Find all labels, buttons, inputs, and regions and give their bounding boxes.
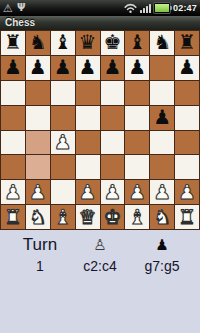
square-b8[interactable]: ♞ [26,31,50,55]
title-bar: Chess [0,16,200,30]
move-table: Turn ♙ ♟ 1 c2:c4 g7:g5 [8,235,200,275]
black-rook: ♜ [4,32,22,53]
square-f8[interactable]: ♝ [125,31,149,55]
black-queen: ♛ [79,32,97,53]
square-d8[interactable]: ♛ [76,31,100,55]
square-g4[interactable] [150,131,174,155]
square-c4[interactable]: ♟ [51,131,75,155]
black-pawn: ♟ [79,57,97,78]
square-b6[interactable] [26,81,50,105]
square-a7[interactable]: ♟ [1,56,25,80]
square-h4[interactable] [175,131,199,155]
square-a4[interactable] [1,131,25,155]
square-f4[interactable] [125,131,149,155]
square-h6[interactable] [175,81,199,105]
square-e2[interactable]: ♟ [101,180,125,204]
phone-screen: ⚠ Ψ 02:47 Chess ♜♞♝♛♚♝♞♜♟♟♟♟♟♟♟♟♟♟♟♟♟♟♟♟… [0,0,200,333]
black-knight: ♞ [153,32,171,53]
square-f1[interactable]: ♝ [125,205,149,229]
white-pawn: ♟ [178,182,196,203]
square-g7[interactable] [150,56,174,80]
white-rook: ♜ [4,207,22,228]
black-pawn: ♟ [29,57,47,78]
square-c6[interactable] [51,81,75,105]
wifi-icon [124,3,137,13]
square-d4[interactable] [76,131,100,155]
square-b4[interactable] [26,131,50,155]
clock-text: 02:47 [173,3,197,13]
bottom-panel: Turn ♙ ♟ 1 c2:c4 g7:g5 [0,230,200,333]
square-f6[interactable] [125,81,149,105]
square-d1[interactable]: ♛ [76,205,100,229]
black-bishop: ♝ [128,32,146,53]
chess-board: ♜♞♝♛♚♝♞♜♟♟♟♟♟♟♟♟♟♟♟♟♟♟♟♟♜♞♝♛♚♝♞♜ [0,30,200,230]
black-pawn-icon: ♟ [128,235,196,255]
square-e3[interactable] [101,155,125,179]
square-a5[interactable] [1,106,25,130]
usb-icon: Ψ [17,3,26,13]
white-move: c2:c4 [72,257,128,275]
black-bishop: ♝ [54,32,72,53]
square-g5[interactable]: ♟ [150,106,174,130]
square-h5[interactable] [175,106,199,130]
square-d5[interactable] [76,106,100,130]
white-knight: ♞ [29,207,47,228]
square-e6[interactable] [101,81,125,105]
black-pawn: ♟ [128,57,146,78]
battery-icon [154,3,170,13]
warning-icon: ⚠ [3,3,13,14]
square-h8[interactable]: ♜ [175,31,199,55]
square-c1[interactable]: ♝ [51,205,75,229]
square-e7[interactable]: ♟ [101,56,125,80]
black-rook: ♜ [178,32,196,53]
square-a2[interactable]: ♟ [1,180,25,204]
square-g6[interactable] [150,81,174,105]
white-knight: ♞ [153,207,171,228]
square-e5[interactable] [101,106,125,130]
square-c8[interactable]: ♝ [51,31,75,55]
square-a8[interactable]: ♜ [1,31,25,55]
square-h1[interactable]: ♜ [175,205,199,229]
square-c3[interactable] [51,155,75,179]
black-pawn: ♟ [4,57,22,78]
square-g3[interactable] [150,155,174,179]
white-pawn: ♟ [128,182,146,203]
status-bar: ⚠ Ψ 02:47 [0,0,200,16]
square-h7[interactable]: ♟ [175,56,199,80]
black-pawn: ♟ [153,107,171,128]
white-queen: ♛ [79,207,97,228]
square-b1[interactable]: ♞ [26,205,50,229]
black-pawn: ♟ [178,57,196,78]
signal-icon [140,3,151,13]
turn-header-label: Turn [8,235,72,255]
black-knight: ♞ [29,32,47,53]
turn-number: 1 [8,257,72,275]
white-bishop: ♝ [128,207,146,228]
square-c7[interactable]: ♟ [51,56,75,80]
square-e1[interactable]: ♚ [101,205,125,229]
white-pawn: ♟ [103,182,121,203]
square-f3[interactable] [125,155,149,179]
square-f2[interactable]: ♟ [125,180,149,204]
black-king: ♚ [103,32,121,53]
square-g2[interactable]: ♟ [150,180,174,204]
square-h3[interactable] [175,155,199,179]
square-d6[interactable] [76,81,100,105]
white-pawn: ♟ [29,182,47,203]
white-pawn: ♟ [54,132,72,153]
square-d2[interactable]: ♟ [76,180,100,204]
square-f5[interactable] [125,106,149,130]
square-b2[interactable]: ♟ [26,180,50,204]
black-move: g7:g5 [128,257,196,275]
square-d3[interactable] [76,155,100,179]
square-e8[interactable]: ♚ [101,31,125,55]
black-pawn: ♟ [54,57,72,78]
white-pawn: ♟ [4,182,22,203]
white-pawn: ♟ [153,182,171,203]
white-pawn: ♟ [79,182,97,203]
square-c5[interactable] [51,106,75,130]
square-g1[interactable]: ♞ [150,205,174,229]
black-pawn: ♟ [103,57,121,78]
white-rook: ♜ [178,207,196,228]
square-c2[interactable] [51,180,75,204]
square-a6[interactable] [1,81,25,105]
white-pawn-icon: ♙ [72,235,128,255]
white-king: ♚ [103,207,121,228]
square-a3[interactable] [1,155,25,179]
square-g8[interactable]: ♞ [150,31,174,55]
square-a1[interactable]: ♜ [1,205,25,229]
square-b7[interactable]: ♟ [26,56,50,80]
square-b5[interactable] [26,106,50,130]
app-title: Chess [0,16,200,30]
square-d7[interactable]: ♟ [76,56,100,80]
square-e4[interactable] [101,131,125,155]
white-bishop: ♝ [54,207,72,228]
square-f7[interactable]: ♟ [125,56,149,80]
square-b3[interactable] [26,155,50,179]
square-h2[interactable]: ♟ [175,180,199,204]
